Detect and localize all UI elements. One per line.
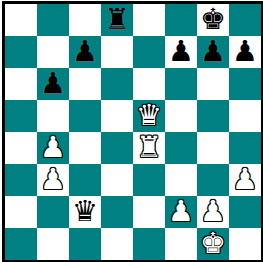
square-h4[interactable] [229,132,261,164]
board-frame: ♜♚♟♟♟♟♟♛♟♜♟♟♛♟♟♚ [2,1,263,262]
square-a4[interactable] [5,132,37,164]
square-f7[interactable]: ♟ [165,36,197,68]
square-h7[interactable]: ♟ [229,36,261,68]
black-pawn-icon[interactable]: ♟ [232,36,258,67]
square-d4[interactable] [101,132,133,164]
square-g2[interactable]: ♟ [197,196,229,228]
black-rook-icon[interactable]: ♜ [104,4,130,35]
square-e5[interactable]: ♛ [133,100,165,132]
square-g7[interactable]: ♟ [197,36,229,68]
square-h6[interactable] [229,68,261,100]
square-c3[interactable] [69,164,101,196]
square-b3[interactable]: ♟ [37,164,69,196]
square-a2[interactable] [5,196,37,228]
square-h2[interactable] [229,196,261,228]
square-e4[interactable]: ♜ [133,132,165,164]
white-pawn-icon[interactable]: ♟ [200,196,226,227]
black-queen-icon[interactable]: ♛ [72,196,98,227]
square-b6[interactable]: ♟ [37,68,69,100]
square-c4[interactable] [69,132,101,164]
square-b5[interactable] [37,100,69,132]
square-e3[interactable] [133,164,165,196]
square-f2[interactable]: ♟ [165,196,197,228]
square-d3[interactable] [101,164,133,196]
square-a6[interactable] [5,68,37,100]
white-queen-icon[interactable]: ♛ [136,100,162,131]
square-g4[interactable] [197,132,229,164]
square-h8[interactable] [229,4,261,36]
white-rook-icon[interactable]: ♜ [136,132,162,163]
square-d6[interactable] [101,68,133,100]
square-e1[interactable] [133,228,165,260]
square-g6[interactable] [197,68,229,100]
square-c6[interactable] [69,68,101,100]
chess-board: ♜♚♟♟♟♟♟♛♟♜♟♟♛♟♟♚ [5,4,261,260]
black-pawn-icon[interactable]: ♟ [200,36,226,67]
square-h3[interactable]: ♟ [229,164,261,196]
white-pawn-icon[interactable]: ♟ [168,196,194,227]
square-a1[interactable] [5,228,37,260]
square-e8[interactable] [133,4,165,36]
chess-app-window: ♜♚♟♟♟♟♟♛♟♜♟♟♛♟♟♚ [0,0,263,262]
square-f3[interactable] [165,164,197,196]
square-g3[interactable] [197,164,229,196]
square-c2[interactable]: ♛ [69,196,101,228]
white-pawn-icon[interactable]: ♟ [40,164,66,195]
black-pawn-icon[interactable]: ♟ [40,68,66,99]
square-e7[interactable] [133,36,165,68]
square-f4[interactable] [165,132,197,164]
square-d8[interactable]: ♜ [101,4,133,36]
square-c5[interactable] [69,100,101,132]
square-b7[interactable] [37,36,69,68]
square-d5[interactable] [101,100,133,132]
square-b8[interactable] [37,4,69,36]
square-b4[interactable]: ♟ [37,132,69,164]
square-g5[interactable] [197,100,229,132]
black-pawn-icon[interactable]: ♟ [72,36,98,67]
square-a7[interactable] [5,36,37,68]
square-f1[interactable] [165,228,197,260]
square-c7[interactable]: ♟ [69,36,101,68]
square-c8[interactable] [69,4,101,36]
square-c1[interactable] [69,228,101,260]
square-f6[interactable] [165,68,197,100]
square-g1[interactable]: ♚ [197,228,229,260]
square-f5[interactable] [165,100,197,132]
black-king-icon[interactable]: ♚ [200,4,226,35]
square-f8[interactable] [165,4,197,36]
square-h1[interactable] [229,228,261,260]
square-a8[interactable] [5,4,37,36]
square-b1[interactable] [37,228,69,260]
square-a5[interactable] [5,100,37,132]
square-b2[interactable] [37,196,69,228]
square-e6[interactable] [133,68,165,100]
square-g8[interactable]: ♚ [197,4,229,36]
white-king-icon[interactable]: ♚ [200,228,226,259]
white-pawn-icon[interactable]: ♟ [232,164,258,195]
square-d2[interactable] [101,196,133,228]
square-d7[interactable] [101,36,133,68]
square-e2[interactable] [133,196,165,228]
square-h5[interactable] [229,100,261,132]
white-pawn-icon[interactable]: ♟ [40,132,66,163]
square-a3[interactable] [5,164,37,196]
black-pawn-icon[interactable]: ♟ [168,36,194,67]
square-d1[interactable] [101,228,133,260]
